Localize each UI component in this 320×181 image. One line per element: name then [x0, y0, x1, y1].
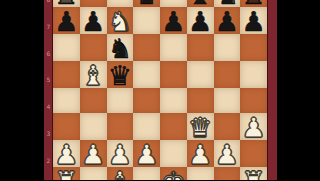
black-pawn: ♟ — [242, 7, 266, 34]
square-d3[interactable] — [133, 113, 160, 140]
rank-label-4: 4 — [44, 103, 53, 110]
square-d7[interactable] — [133, 7, 160, 34]
square-g2[interactable]: ♟ — [214, 140, 241, 167]
white-pawn: ♟ — [188, 140, 212, 167]
square-a3[interactable] — [53, 113, 80, 140]
black-pawn: ♟ — [161, 7, 185, 34]
square-a4[interactable] — [53, 88, 80, 113]
square-h6[interactable] — [240, 34, 267, 61]
square-g5[interactable] — [214, 61, 241, 88]
square-b5[interactable]: ♝ — [80, 61, 107, 88]
square-c7[interactable]: ♞ — [107, 7, 134, 34]
square-c4[interactable] — [107, 88, 134, 113]
square-b7[interactable]: ♟ — [80, 7, 107, 34]
square-e6[interactable] — [160, 34, 187, 61]
black-queen: ♛ — [108, 61, 132, 88]
square-f3[interactable]: ♛ — [187, 113, 214, 140]
square-f4[interactable] — [187, 88, 214, 113]
square-e3[interactable] — [160, 113, 187, 140]
square-d1[interactable] — [133, 167, 160, 181]
square-e2[interactable] — [160, 140, 187, 167]
square-h4[interactable] — [240, 88, 267, 113]
square-a7[interactable]: ♟ — [53, 7, 80, 34]
square-g6[interactable] — [214, 34, 241, 61]
square-f1[interactable] — [187, 167, 214, 181]
black-pawn: ♟ — [81, 7, 105, 34]
white-knight: ♞ — [108, 7, 132, 34]
square-b4[interactable] — [80, 88, 107, 113]
rank-label-6: 6 — [44, 50, 53, 57]
white-bishop: ♝ — [108, 167, 132, 180]
square-d5[interactable] — [133, 61, 160, 88]
square-e5[interactable] — [160, 61, 187, 88]
rank-label-8: 8 — [44, 0, 53, 3]
square-c3[interactable] — [107, 113, 134, 140]
white-pawn: ♟ — [135, 140, 159, 167]
white-pawn: ♟ — [108, 140, 132, 167]
square-f5[interactable] — [187, 61, 214, 88]
white-bishop: ♝ — [81, 61, 105, 88]
white-queen: ♛ — [188, 113, 212, 140]
white-rook: ♜ — [242, 167, 266, 180]
square-f7[interactable]: ♟ — [187, 7, 214, 34]
square-c5[interactable]: ♛ — [107, 61, 134, 88]
square-h7[interactable]: ♟ — [240, 7, 267, 34]
square-b2[interactable]: ♟ — [80, 140, 107, 167]
square-a5[interactable] — [53, 61, 80, 88]
video-frame: ♜♚♝♞♜♟♟♞♟♟♟♟♞♝♛♛♟♟♟♟♟♟♟♜♝♚♜ 87654321 — [0, 0, 320, 180]
white-rook: ♜ — [54, 167, 78, 180]
white-pawn: ♟ — [81, 140, 105, 167]
square-a1[interactable]: ♜ — [53, 167, 80, 181]
black-pawn: ♟ — [215, 7, 239, 34]
square-g7[interactable]: ♟ — [214, 7, 241, 34]
white-pawn: ♟ — [242, 113, 266, 140]
black-knight: ♞ — [108, 34, 132, 61]
square-h3[interactable]: ♟ — [240, 113, 267, 140]
rank-label-7: 7 — [44, 23, 53, 30]
square-c2[interactable]: ♟ — [107, 140, 134, 167]
rank-label-5: 5 — [44, 76, 53, 83]
square-a2[interactable]: ♟ — [53, 140, 80, 167]
square-e1[interactable]: ♚ — [160, 167, 187, 181]
square-b1[interactable] — [80, 167, 107, 181]
black-pawn: ♟ — [188, 7, 212, 34]
white-pawn: ♟ — [215, 140, 239, 167]
rank-label-2: 2 — [44, 157, 53, 164]
square-b6[interactable] — [80, 34, 107, 61]
board-frame: ♜♚♝♞♜♟♟♞♟♟♟♟♞♝♛♛♟♟♟♟♟♟♟♜♝♚♜ 87654321 — [44, 0, 277, 180]
square-h5[interactable] — [240, 61, 267, 88]
square-f6[interactable] — [187, 34, 214, 61]
white-king: ♚ — [161, 167, 185, 180]
square-g4[interactable] — [214, 88, 241, 113]
square-d2[interactable]: ♟ — [133, 140, 160, 167]
square-c6[interactable]: ♞ — [107, 34, 134, 61]
square-h2[interactable] — [240, 140, 267, 167]
square-b3[interactable] — [80, 113, 107, 140]
square-f2[interactable]: ♟ — [187, 140, 214, 167]
black-pawn: ♟ — [54, 7, 78, 34]
white-pawn: ♟ — [54, 140, 78, 167]
rank-label-3: 3 — [44, 130, 53, 137]
square-a6[interactable] — [53, 34, 80, 61]
square-d4[interactable] — [133, 88, 160, 113]
square-d6[interactable] — [133, 34, 160, 61]
square-e4[interactable] — [160, 88, 187, 113]
square-h1[interactable]: ♜ — [240, 167, 267, 181]
square-g1[interactable] — [214, 167, 241, 181]
square-e7[interactable]: ♟ — [160, 7, 187, 34]
chess-board: ♜♚♝♞♜♟♟♞♟♟♟♟♞♝♛♛♟♟♟♟♟♟♟♜♝♚♜ — [53, 0, 267, 180]
square-c1[interactable]: ♝ — [107, 167, 134, 181]
square-g3[interactable] — [214, 113, 241, 140]
